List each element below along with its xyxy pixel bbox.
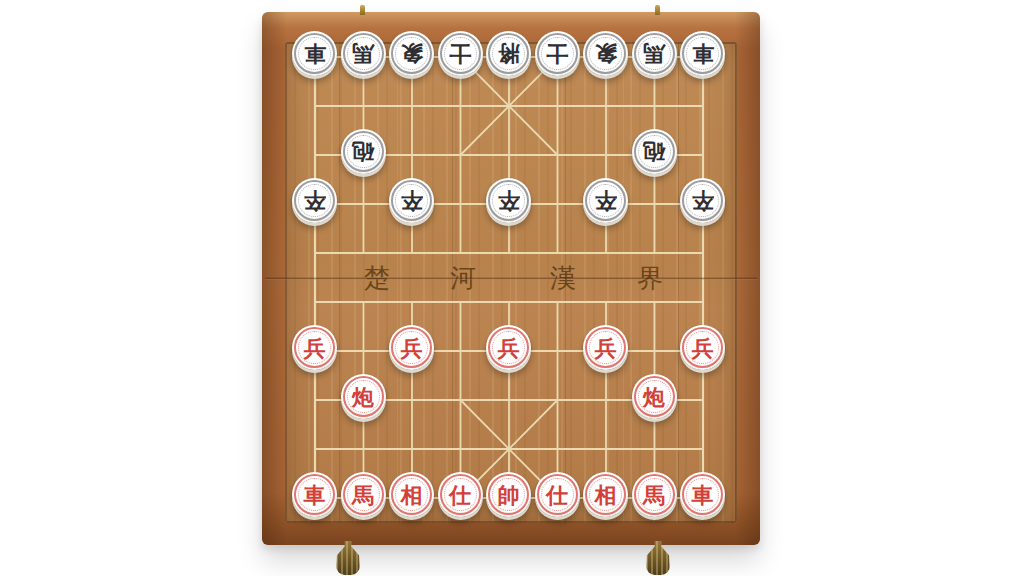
hinge-pin-left-icon (360, 5, 365, 15)
piece-red-soldier-5[interactable]: 兵 (680, 325, 725, 370)
piece-red-horse-left[interactable]: 馬 (341, 472, 386, 517)
piece-red-cannon-left[interactable]: 炮 (341, 374, 386, 419)
piece-character: 砲 (352, 141, 374, 163)
piece-black-soldier-3[interactable]: 卒 (486, 178, 531, 223)
piece-red-horse-right[interactable]: 馬 (632, 472, 677, 517)
piece-black-soldier-1[interactable]: 卒 (292, 178, 337, 223)
piece-character: 卒 (401, 190, 423, 212)
piece-character: 馬 (643, 43, 665, 65)
piece-red-chariot-right[interactable]: 車 (680, 472, 725, 517)
piece-character: 卒 (595, 190, 617, 212)
piece-black-cannon-right[interactable]: 砲 (632, 129, 677, 174)
piece-character: 相 (401, 484, 423, 506)
piece-red-soldier-1[interactable]: 兵 (292, 325, 337, 370)
piece-black-soldier-4[interactable]: 卒 (583, 178, 628, 223)
photo-background: 楚 河 漢 界 車馬象士將士象馬車砲砲卒卒卒卒卒兵兵兵兵兵炮炮車馬相仕帥仕相馬車 (0, 0, 1024, 576)
piece-character: 兵 (304, 337, 326, 359)
piece-red-advisor-right[interactable]: 仕 (535, 472, 580, 517)
piece-red-cannon-right[interactable]: 炮 (632, 374, 677, 419)
piece-black-soldier-2[interactable]: 卒 (389, 178, 434, 223)
piece-red-soldier-2[interactable]: 兵 (389, 325, 434, 370)
piece-character: 兵 (498, 337, 520, 359)
brass-latch-right-icon (646, 541, 670, 575)
piece-character: 車 (304, 43, 326, 65)
piece-character: 士 (546, 43, 568, 65)
piece-character: 炮 (352, 386, 374, 408)
river-label-han: 漢 (550, 265, 576, 291)
piece-red-elephant-right[interactable]: 相 (583, 472, 628, 517)
piece-character: 仕 (546, 484, 568, 506)
piece-character: 象 (595, 43, 617, 65)
board-surface (285, 42, 737, 523)
piece-black-advisor-right[interactable]: 士 (535, 31, 580, 76)
piece-character: 兵 (692, 337, 714, 359)
river-label-he: 河 (450, 265, 476, 291)
piece-red-soldier-3[interactable]: 兵 (486, 325, 531, 370)
piece-red-general[interactable]: 帥 (486, 472, 531, 517)
piece-black-general[interactable]: 將 (486, 31, 531, 76)
piece-character: 相 (595, 484, 617, 506)
piece-character: 兵 (595, 337, 617, 359)
piece-character: 馬 (352, 484, 374, 506)
river-label-jie: 界 (637, 265, 663, 291)
piece-black-cannon-left[interactable]: 砲 (341, 129, 386, 174)
piece-red-advisor-left[interactable]: 仕 (438, 472, 483, 517)
piece-black-horse-left[interactable]: 馬 (341, 31, 386, 76)
brass-latch-left-icon (336, 541, 360, 575)
piece-character: 砲 (643, 141, 665, 163)
piece-character: 卒 (498, 190, 520, 212)
xiangqi-board-box: 楚 河 漢 界 車馬象士將士象馬車砲砲卒卒卒卒卒兵兵兵兵兵炮炮車馬相仕帥仕相馬車 (262, 12, 760, 545)
river-label-chu: 楚 (364, 265, 390, 291)
piece-black-chariot-right[interactable]: 車 (680, 31, 725, 76)
piece-character: 仕 (449, 484, 471, 506)
piece-red-soldier-4[interactable]: 兵 (583, 325, 628, 370)
piece-black-elephant-left[interactable]: 象 (389, 31, 434, 76)
piece-character: 炮 (643, 386, 665, 408)
piece-character: 帥 (498, 484, 520, 506)
piece-character: 卒 (304, 190, 326, 212)
piece-black-advisor-left[interactable]: 士 (438, 31, 483, 76)
piece-black-chariot-left[interactable]: 車 (292, 31, 337, 76)
piece-black-soldier-5[interactable]: 卒 (680, 178, 725, 223)
piece-character: 士 (449, 43, 471, 65)
piece-character: 馬 (643, 484, 665, 506)
piece-red-chariot-left[interactable]: 車 (292, 472, 337, 517)
piece-black-elephant-right[interactable]: 象 (583, 31, 628, 76)
piece-character: 象 (401, 43, 423, 65)
piece-black-horse-right[interactable]: 馬 (632, 31, 677, 76)
piece-character: 馬 (352, 43, 374, 65)
piece-red-elephant-left[interactable]: 相 (389, 472, 434, 517)
piece-character: 車 (692, 484, 714, 506)
piece-character: 車 (304, 484, 326, 506)
piece-character: 卒 (692, 190, 714, 212)
piece-character: 將 (498, 43, 520, 65)
hinge-pin-right-icon (655, 5, 660, 15)
piece-character: 兵 (401, 337, 423, 359)
piece-character: 車 (692, 43, 714, 65)
